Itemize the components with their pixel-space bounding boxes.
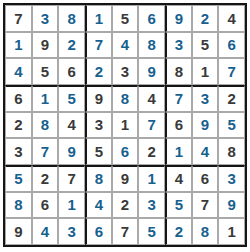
cell-r1c8[interactable]: 2 — [192, 5, 219, 32]
cell-r3c8[interactable]: 1 — [192, 58, 219, 85]
cell-r3c3[interactable]: 6 — [58, 58, 85, 85]
cell-r7c1[interactable]: 5 — [5, 165, 32, 192]
cell-r3c5[interactable]: 3 — [112, 58, 139, 85]
cell-r7c8[interactable]: 6 — [192, 165, 219, 192]
cell-r3c6[interactable]: 9 — [138, 58, 165, 85]
cell-r8c2[interactable]: 6 — [32, 192, 59, 219]
cell-r2c4[interactable]: 7 — [85, 32, 112, 59]
cell-r5c4[interactable]: 3 — [85, 112, 112, 139]
cell-r3c2[interactable]: 5 — [32, 58, 59, 85]
cell-r9c1[interactable]: 9 — [5, 218, 32, 245]
cell-r1c7[interactable]: 9 — [165, 5, 192, 32]
cell-r7c3[interactable]: 7 — [58, 165, 85, 192]
cell-r6c8[interactable]: 4 — [192, 138, 219, 165]
cell-r5c7[interactable]: 6 — [165, 112, 192, 139]
cell-r7c5[interactable]: 9 — [112, 165, 139, 192]
cell-r2c7[interactable]: 3 — [165, 32, 192, 59]
cell-r9c4[interactable]: 6 — [85, 218, 112, 245]
cell-r6c1[interactable]: 3 — [5, 138, 32, 165]
cell-r8c8[interactable]: 7 — [192, 192, 219, 219]
cell-r2c8[interactable]: 5 — [192, 32, 219, 59]
cell-r1c2[interactable]: 3 — [32, 5, 59, 32]
cell-r9c5[interactable]: 7 — [112, 218, 139, 245]
cell-r1c1[interactable]: 7 — [5, 5, 32, 32]
cell-r4c7[interactable]: 7 — [165, 85, 192, 112]
cell-r5c3[interactable]: 4 — [58, 112, 85, 139]
cell-r2c2[interactable]: 9 — [32, 32, 59, 59]
cell-r2c3[interactable]: 2 — [58, 32, 85, 59]
cell-r4c1[interactable]: 6 — [5, 85, 32, 112]
cell-r2c5[interactable]: 4 — [112, 32, 139, 59]
cell-r6c3[interactable]: 9 — [58, 138, 85, 165]
cell-r9c3[interactable]: 3 — [58, 218, 85, 245]
cell-r8c3[interactable]: 1 — [58, 192, 85, 219]
cell-r4c5[interactable]: 8 — [112, 85, 139, 112]
cell-r4c9[interactable]: 2 — [218, 85, 245, 112]
cell-r2c1[interactable]: 1 — [5, 32, 32, 59]
cell-r4c4[interactable]: 9 — [85, 85, 112, 112]
cell-r7c4[interactable]: 8 — [85, 165, 112, 192]
cell-r8c4[interactable]: 4 — [85, 192, 112, 219]
cell-r8c5[interactable]: 2 — [112, 192, 139, 219]
cell-r5c5[interactable]: 1 — [112, 112, 139, 139]
cell-r6c4[interactable]: 5 — [85, 138, 112, 165]
cell-r8c6[interactable]: 3 — [138, 192, 165, 219]
cell-r6c6[interactable]: 2 — [138, 138, 165, 165]
cell-r4c2[interactable]: 1 — [32, 85, 59, 112]
cell-r9c7[interactable]: 2 — [165, 218, 192, 245]
cell-r7c2[interactable]: 2 — [32, 165, 59, 192]
cell-r8c1[interactable]: 8 — [5, 192, 32, 219]
sudoku-board: 7381569241927483564562398176159847322843… — [3, 3, 247, 247]
cell-r3c1[interactable]: 4 — [5, 58, 32, 85]
cell-r3c4[interactable]: 2 — [85, 58, 112, 85]
cell-r6c2[interactable]: 7 — [32, 138, 59, 165]
cell-r5c6[interactable]: 7 — [138, 112, 165, 139]
cell-r3c9[interactable]: 7 — [218, 58, 245, 85]
cell-r8c9[interactable]: 9 — [218, 192, 245, 219]
cell-r9c8[interactable]: 8 — [192, 218, 219, 245]
cell-r1c9[interactable]: 4 — [218, 5, 245, 32]
cell-r8c7[interactable]: 5 — [165, 192, 192, 219]
cell-r3c7[interactable]: 8 — [165, 58, 192, 85]
cell-r5c8[interactable]: 9 — [192, 112, 219, 139]
cell-r4c8[interactable]: 3 — [192, 85, 219, 112]
cell-r2c9[interactable]: 6 — [218, 32, 245, 59]
cell-r1c5[interactable]: 5 — [112, 5, 139, 32]
cell-r6c7[interactable]: 1 — [165, 138, 192, 165]
cell-r1c3[interactable]: 8 — [58, 5, 85, 32]
cell-r9c6[interactable]: 5 — [138, 218, 165, 245]
cell-r7c9[interactable]: 3 — [218, 165, 245, 192]
cell-r6c9[interactable]: 8 — [218, 138, 245, 165]
cell-r1c6[interactable]: 6 — [138, 5, 165, 32]
cell-r5c2[interactable]: 8 — [32, 112, 59, 139]
cell-r1c4[interactable]: 1 — [85, 5, 112, 32]
cell-r4c6[interactable]: 4 — [138, 85, 165, 112]
cell-r7c6[interactable]: 1 — [138, 165, 165, 192]
cell-r5c1[interactable]: 2 — [5, 112, 32, 139]
cell-r7c7[interactable]: 4 — [165, 165, 192, 192]
cell-r2c6[interactable]: 8 — [138, 32, 165, 59]
cell-r9c9[interactable]: 1 — [218, 218, 245, 245]
cell-r9c2[interactable]: 4 — [32, 218, 59, 245]
cell-r5c9[interactable]: 5 — [218, 112, 245, 139]
cell-r6c5[interactable]: 6 — [112, 138, 139, 165]
cell-r4c3[interactable]: 5 — [58, 85, 85, 112]
